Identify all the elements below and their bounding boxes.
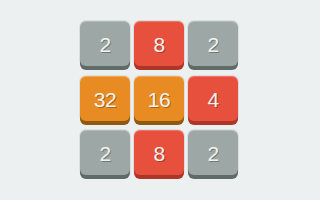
tile-r2c1[interactable]: 32 <box>80 76 130 121</box>
tile-value: 16 <box>148 87 170 110</box>
tile-r2c2[interactable]: 16 <box>134 76 184 121</box>
game-board-2048[interactable]: 2 8 2 32 16 4 2 8 2 <box>80 21 238 175</box>
tile-value: 2 <box>99 141 110 164</box>
tile-r3c3[interactable]: 2 <box>188 130 238 175</box>
tile-r2c3[interactable]: 4 <box>188 76 238 121</box>
tile-r3c2[interactable]: 8 <box>134 130 184 175</box>
tile-value: 2 <box>207 141 218 164</box>
tile-r1c2[interactable]: 8 <box>134 21 184 66</box>
tile-value: 8 <box>153 141 164 164</box>
tile-r3c1[interactable]: 2 <box>80 130 130 175</box>
tile-value: 8 <box>153 32 164 55</box>
tile-value: 2 <box>207 32 218 55</box>
tile-value: 2 <box>99 32 110 55</box>
tile-value: 4 <box>207 87 218 110</box>
tile-value: 32 <box>94 87 116 110</box>
tile-r1c1[interactable]: 2 <box>80 21 130 66</box>
tile-r1c3[interactable]: 2 <box>188 21 238 66</box>
